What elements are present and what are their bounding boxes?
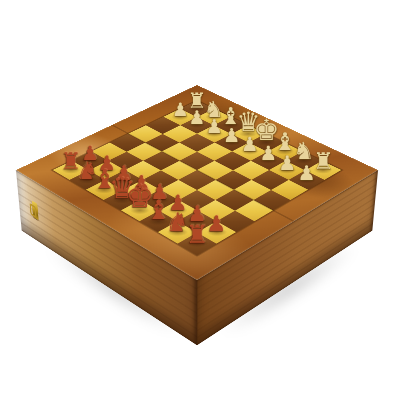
pieces-layer: ♜♞♝♛♚♝♞♜♟♟♟♟♟♟♟♟♟♟♟♟♟♟♟♟♜♞♝♛♚♝♞♜ [0,0,400,400]
natural-pawn[interactable]: ♟ [297,162,315,182]
red-pawn[interactable]: ♟ [207,214,226,236]
chess-box-photo: ♜♞♝♛♚♝♞♜♟♟♟♟♟♟♟♟♟♟♟♟♟♟♟♟♜♞♝♛♚♝♞♜ [0,0,400,400]
natural-pawn[interactable]: ♟ [172,101,189,120]
natural-pawn[interactable]: ♟ [241,135,258,155]
natural-rook[interactable]: ♜ [313,150,334,173]
natural-pawn[interactable]: ♟ [278,153,296,173]
natural-pawn[interactable]: ♟ [259,144,277,164]
natural-pawn[interactable]: ♟ [206,117,223,136]
natural-pawn[interactable]: ♟ [189,109,206,128]
red-rook[interactable]: ♜ [186,221,209,246]
natural-pawn[interactable]: ♟ [223,126,240,145]
